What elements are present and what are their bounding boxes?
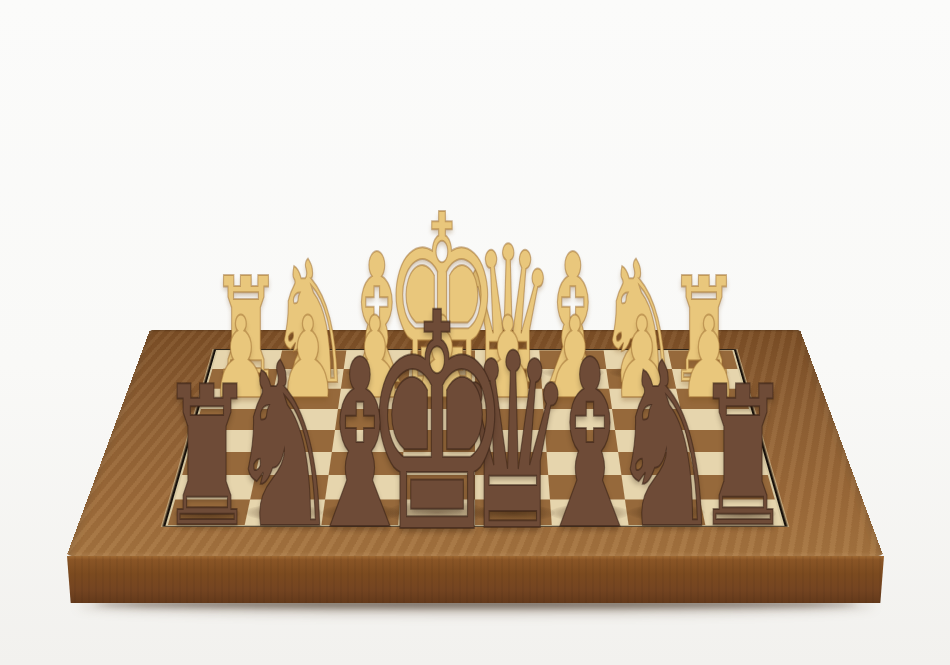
piece-black-rook-h8: ♜: [159, 361, 254, 554]
pieces-layer: ♜♞♝♛♚♝♞♜♟♟♟♟♟♟♟♟♜♞♝♛♚♝♞♜: [0, 0, 950, 665]
chess-set-product-photo: ♜♞♝♛♚♝♞♜♟♟♟♟♟♟♟♟♜♞♝♛♚♝♞♜: [0, 0, 950, 665]
